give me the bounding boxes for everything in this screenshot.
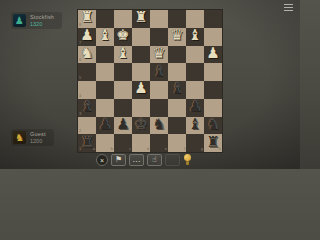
square-g8[interactable] xyxy=(186,10,204,28)
gold-knight-icon: ♞ xyxy=(15,133,24,143)
piece-white-rook[interactable]: ♜ xyxy=(80,10,93,25)
resign-flag-icon: ⚑ xyxy=(115,156,122,164)
file-label: c xyxy=(129,147,131,151)
piece-black-bishop[interactable]: ♝ xyxy=(188,117,201,132)
resign-button[interactable]: ⚑ xyxy=(111,154,126,166)
piece-black-rook[interactable]: ♜ xyxy=(206,135,219,150)
more-options-icon: … xyxy=(133,156,141,164)
square-b3[interactable] xyxy=(96,99,114,117)
square-h3[interactable] xyxy=(204,99,222,117)
square-a7[interactable]: 7♟ xyxy=(78,28,96,46)
square-e4[interactable] xyxy=(150,81,168,99)
square-e3[interactable] xyxy=(150,99,168,117)
piece-black-bishop[interactable]: ♝ xyxy=(80,99,93,114)
square-b6[interactable] xyxy=(96,46,114,64)
square-a1[interactable]: 1a♜ xyxy=(78,134,96,152)
file-label: d xyxy=(147,147,149,151)
bot-pawn-icon: ♟ xyxy=(15,16,24,26)
square-a2[interactable]: 2 xyxy=(78,117,96,135)
square-a8[interactable]: 8♜ xyxy=(78,10,96,28)
square-b7[interactable]: ♝ xyxy=(96,28,114,46)
piece-white-rook[interactable]: ♜ xyxy=(134,10,147,25)
square-d3[interactable] xyxy=(132,99,150,117)
piece-black-knight[interactable]: ♞ xyxy=(206,117,219,132)
square-g4[interactable] xyxy=(186,81,204,99)
square-a5[interactable]: 5 xyxy=(78,63,96,81)
opponent-rating: 1320 xyxy=(30,21,54,27)
square-g2[interactable]: ♝ xyxy=(186,117,204,135)
square-f8[interactable] xyxy=(168,10,186,28)
square-e2[interactable]: ♞ xyxy=(150,117,168,135)
square-d6[interactable] xyxy=(132,46,150,64)
square-h2[interactable]: ♞ xyxy=(204,117,222,135)
disabled-button xyxy=(165,154,180,166)
piece-white-pawn[interactable]: ♟ xyxy=(134,81,147,96)
square-d1[interactable]: d xyxy=(132,134,150,152)
lightbulb-icon xyxy=(184,154,191,161)
square-d7[interactable] xyxy=(132,28,150,46)
piece-white-pawn[interactable]: ♟ xyxy=(80,28,93,43)
pointer-hand-icon: ☝ xyxy=(152,156,157,164)
player-name: Guest xyxy=(30,131,46,137)
square-e7[interactable] xyxy=(150,28,168,46)
square-g3[interactable]: ♟ xyxy=(186,99,204,117)
file-label: e xyxy=(165,147,167,151)
file-label: g xyxy=(201,147,203,151)
piece-white-bishop[interactable]: ♝ xyxy=(116,46,129,61)
square-c1[interactable]: c xyxy=(114,134,132,152)
piece-white-king[interactable]: ♚ xyxy=(116,28,129,43)
square-h1[interactable]: h♜ xyxy=(204,134,222,152)
square-f6[interactable] xyxy=(168,46,186,64)
opponent-avatar: ♟ xyxy=(13,14,26,27)
piece-black-pawn[interactable]: ♟ xyxy=(98,117,111,132)
square-c4[interactable] xyxy=(114,81,132,99)
close-icon: × xyxy=(100,157,104,164)
piece-white-pawn[interactable]: ♟ xyxy=(206,46,219,61)
opponent-panel: ♟ Stockfish 1320 xyxy=(11,12,62,29)
piece-black-rook[interactable]: ♜ xyxy=(80,135,93,150)
piece-white-bishop[interactable]: ♝ xyxy=(188,28,201,43)
piece-black-pawn[interactable]: ♟ xyxy=(188,99,201,114)
square-d8[interactable]: ♜ xyxy=(132,10,150,28)
player-avatar: ♞ xyxy=(13,131,26,144)
square-e5[interactable]: ♝ xyxy=(150,63,168,81)
hamburger-menu-button[interactable] xyxy=(284,4,293,11)
square-c7[interactable]: ♚ xyxy=(114,28,132,46)
square-d4[interactable]: ♟ xyxy=(132,81,150,99)
piece-white-queen[interactable]: ♛ xyxy=(170,28,183,43)
square-e1[interactable]: e xyxy=(150,134,168,152)
square-f5[interactable] xyxy=(168,63,186,81)
square-f4[interactable]: ♝ xyxy=(168,81,186,99)
square-b2[interactable]: ♟ xyxy=(96,117,114,135)
square-g5[interactable] xyxy=(186,63,204,81)
square-a6[interactable]: 6♞ xyxy=(78,46,96,64)
piece-black-bishop[interactable]: ♝ xyxy=(170,81,183,96)
square-e8[interactable] xyxy=(150,10,168,28)
player-panel: ♞ Guest 1200 xyxy=(11,129,54,146)
piece-white-bishop[interactable]: ♝ xyxy=(98,28,111,43)
square-h5[interactable] xyxy=(204,63,222,81)
square-b4[interactable] xyxy=(96,81,114,99)
square-c8[interactable] xyxy=(114,10,132,28)
square-g6[interactable] xyxy=(186,46,204,64)
square-b5[interactable] xyxy=(96,63,114,81)
chess-board: 8♜♜7♟♝♚♛♝6♞♝♛♟5♝4♟♝3♝♟2♟♟♚♞♝♞1a♜bcdefgh♜ xyxy=(78,10,222,152)
square-f7[interactable]: ♛ xyxy=(168,28,186,46)
hint-button[interactable] xyxy=(183,154,192,166)
file-label: f xyxy=(184,147,185,151)
player-rating: 1200 xyxy=(30,138,46,144)
square-g7[interactable]: ♝ xyxy=(186,28,204,46)
file-label: b xyxy=(111,147,113,151)
square-h7[interactable] xyxy=(204,28,222,46)
hamburger-menu-icon xyxy=(284,4,293,5)
rank-label: 5 xyxy=(79,76,81,80)
square-h8[interactable] xyxy=(204,10,222,28)
close-button[interactable]: × xyxy=(96,154,108,166)
piece-white-queen[interactable]: ♛ xyxy=(152,46,165,61)
square-h4[interactable] xyxy=(204,81,222,99)
square-d2[interactable]: ♚ xyxy=(132,117,150,135)
square-a3[interactable]: 3♝ xyxy=(78,99,96,117)
opponent-name: Stockfish xyxy=(30,14,54,20)
piece-black-bishop[interactable]: ♝ xyxy=(152,64,165,79)
square-e6[interactable]: ♛ xyxy=(150,46,168,64)
game-toolbar: × ⚑ … ☝ xyxy=(96,153,192,167)
square-h6[interactable]: ♟ xyxy=(204,46,222,64)
pointer-button[interactable]: ☝ xyxy=(147,154,162,166)
square-f3[interactable] xyxy=(168,99,186,117)
square-c3[interactable] xyxy=(114,99,132,117)
square-c5[interactable] xyxy=(114,63,132,81)
square-f1[interactable]: f xyxy=(168,134,186,152)
piece-black-pawn[interactable]: ♟ xyxy=(116,117,129,132)
square-c6[interactable]: ♝ xyxy=(114,46,132,64)
square-g1[interactable]: g xyxy=(186,134,204,152)
piece-black-king[interactable]: ♚ xyxy=(134,117,147,132)
square-a4[interactable]: 4 xyxy=(78,81,96,99)
piece-white-knight[interactable]: ♞ xyxy=(80,46,93,61)
square-f2[interactable] xyxy=(168,117,186,135)
square-d5[interactable] xyxy=(132,63,150,81)
piece-black-knight[interactable]: ♞ xyxy=(152,117,165,132)
square-b1[interactable]: b xyxy=(96,134,114,152)
square-c2[interactable]: ♟ xyxy=(114,117,132,135)
square-b8[interactable] xyxy=(96,10,114,28)
more-options-button[interactable]: … xyxy=(129,154,144,166)
